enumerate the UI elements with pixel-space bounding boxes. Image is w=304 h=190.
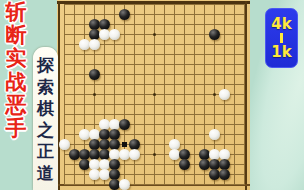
ribbon-char: 正 — [33, 141, 58, 163]
star-point — [153, 33, 156, 36]
center-white-ribbon: 探索棋之正道 — [33, 47, 58, 190]
left-red-banner: 斩断实战恶手 — [1, 1, 31, 140]
rank-badge-bottom: 1k — [271, 44, 291, 60]
move-marker-square — [122, 142, 127, 147]
black-stone — [119, 119, 130, 130]
red-banner-char: 斩 — [1, 1, 31, 24]
black-stone — [219, 169, 230, 180]
ribbon-char: 之 — [33, 120, 58, 142]
board-frame-left — [58, 1, 60, 190]
red-banner-char: 手 — [1, 117, 31, 140]
white-stone — [109, 29, 120, 40]
black-stone — [89, 69, 100, 80]
rank-badge-separator-bar — [280, 33, 283, 43]
white-stone — [209, 129, 220, 140]
rank-badge: 4k 1k — [265, 8, 298, 68]
red-banner-char: 战 — [1, 71, 31, 94]
board-frame-right — [245, 1, 247, 190]
red-banner-char: 断 — [1, 24, 31, 47]
ribbon-char: 道 — [33, 163, 58, 185]
thumbnail-canvas: 斩断实战恶手 探索棋之正道 4k 1k — [0, 0, 304, 190]
star-point — [153, 153, 156, 156]
white-stone — [129, 149, 140, 160]
ribbon-char: 探 — [33, 55, 58, 77]
star-point — [153, 93, 156, 96]
board-grid — [64, 4, 245, 185]
star-point — [93, 93, 96, 96]
red-banner-char: 恶 — [1, 94, 31, 117]
black-stone — [209, 29, 220, 40]
black-stone — [119, 9, 130, 20]
white-stone — [119, 179, 130, 190]
white-stone — [89, 39, 100, 50]
ribbon-char: 索 — [33, 77, 58, 99]
white-stone — [219, 89, 230, 100]
star-point — [213, 93, 216, 96]
black-stone — [179, 159, 190, 170]
white-stone — [59, 139, 70, 150]
go-board — [57, 0, 250, 190]
ribbon-char: 棋 — [33, 98, 58, 120]
red-banner-char: 实 — [1, 47, 31, 70]
rank-badge-top: 4k — [271, 16, 291, 32]
